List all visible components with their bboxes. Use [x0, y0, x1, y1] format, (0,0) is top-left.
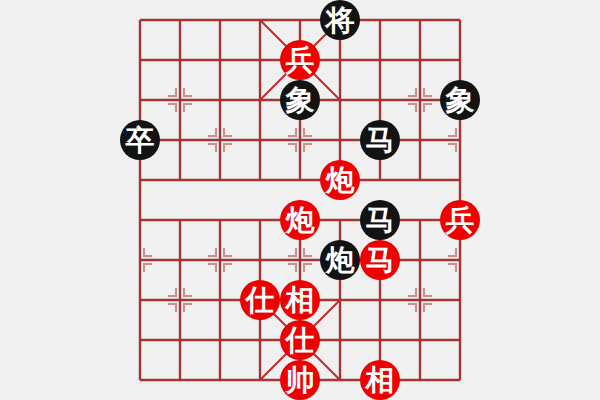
piece-black-elephant[interactable]: 象: [440, 80, 480, 120]
piece-red-cannon[interactable]: 炮: [320, 160, 360, 200]
piece-red-soldier[interactable]: 兵: [280, 40, 320, 80]
piece-red-horse[interactable]: 马: [360, 240, 400, 280]
piece-black-horse[interactable]: 马: [360, 200, 400, 240]
piece-red-elephant[interactable]: 相: [360, 360, 400, 400]
piece-red-elephant[interactable]: 相: [280, 280, 320, 320]
piece-black-soldier[interactable]: 卒: [120, 120, 160, 160]
piece-red-soldier[interactable]: 兵: [440, 200, 480, 240]
piece-red-advisor[interactable]: 仕: [280, 320, 320, 360]
piece-black-general[interactable]: 将: [320, 0, 360, 40]
piece-black-horse[interactable]: 马: [360, 120, 400, 160]
piece-red-advisor[interactable]: 仕: [240, 280, 280, 320]
piece-red-cannon[interactable]: 炮: [280, 200, 320, 240]
piece-black-cannon[interactable]: 炮: [320, 240, 360, 280]
xiangqi-board: 将兵象象卒马炮炮马兵炮马仕相仕帅相: [0, 0, 600, 400]
piece-black-elephant[interactable]: 象: [280, 80, 320, 120]
piece-red-king[interactable]: 帅: [280, 360, 320, 400]
